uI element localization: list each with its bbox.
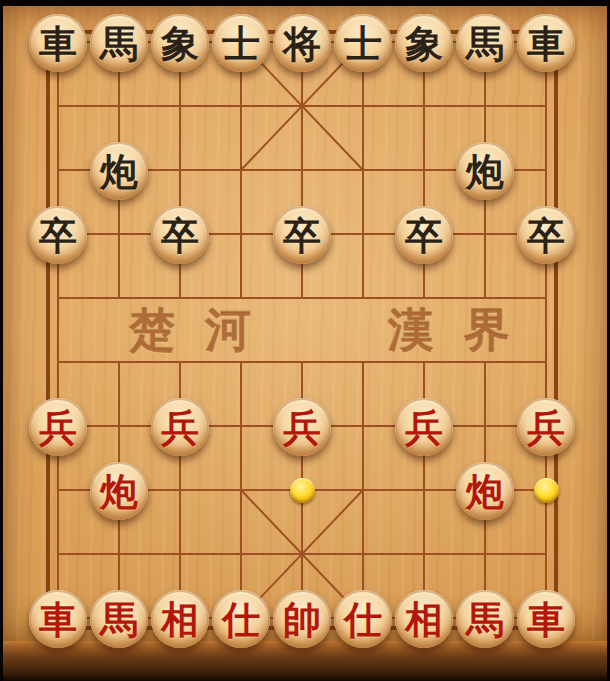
piece-red-elephant[interactable]: 相 [151, 590, 209, 648]
piece-black-elephant[interactable]: 象 [395, 14, 453, 72]
piece-black-general[interactable]: 将 [273, 14, 331, 72]
piece-red-soldier[interactable]: 兵 [395, 398, 453, 456]
move-hint-dot[interactable] [290, 478, 315, 503]
piece-glyph: 士 [344, 25, 382, 63]
piece-red-advisor[interactable]: 仕 [212, 590, 270, 648]
piece-glyph: 馬 [466, 25, 504, 63]
piece-glyph: 兵 [405, 409, 443, 447]
piece-glyph: 兵 [527, 409, 565, 447]
piece-black-soldier[interactable]: 卒 [273, 206, 331, 264]
piece-red-soldier[interactable]: 兵 [29, 398, 87, 456]
piece-black-horse[interactable]: 馬 [456, 14, 514, 72]
piece-glyph: 士 [222, 25, 260, 63]
move-hint-dot[interactable] [534, 478, 559, 503]
piece-red-soldier[interactable]: 兵 [151, 398, 209, 456]
piece-glyph: 象 [405, 25, 443, 63]
piece-glyph: 車 [39, 601, 77, 639]
piece-glyph: 将 [283, 25, 321, 63]
piece-red-elephant[interactable]: 相 [395, 590, 453, 648]
piece-black-soldier[interactable]: 卒 [29, 206, 87, 264]
piece-red-general[interactable]: 帥 [273, 590, 331, 648]
piece-glyph: 仕 [344, 601, 382, 639]
piece-red-chariot[interactable]: 車 [517, 590, 575, 648]
piece-glyph: 兵 [161, 409, 199, 447]
piece-glyph: 仕 [222, 601, 260, 639]
piece-black-horse[interactable]: 馬 [90, 14, 148, 72]
pieces-layer: 車馬象士将士象馬車炮炮卒卒卒卒卒兵兵兵兵兵炮炮車馬相仕帥仕相馬車 [0, 0, 610, 681]
piece-red-horse[interactable]: 馬 [90, 590, 148, 648]
piece-glyph: 卒 [283, 217, 321, 255]
piece-glyph: 兵 [39, 409, 77, 447]
piece-black-soldier[interactable]: 卒 [517, 206, 575, 264]
piece-glyph: 炮 [466, 153, 504, 191]
piece-black-advisor[interactable]: 士 [334, 14, 392, 72]
piece-glyph: 相 [161, 601, 199, 639]
piece-glyph: 炮 [100, 153, 138, 191]
piece-glyph: 炮 [100, 473, 138, 511]
piece-glyph: 卒 [39, 217, 77, 255]
piece-glyph: 象 [161, 25, 199, 63]
piece-glyph: 車 [527, 25, 565, 63]
piece-red-cannon[interactable]: 炮 [456, 462, 514, 520]
piece-black-chariot[interactable]: 車 [517, 14, 575, 72]
piece-glyph: 車 [527, 601, 565, 639]
xiangqi-app-window: 楚河 漢界 [0, 0, 610, 681]
piece-red-advisor[interactable]: 仕 [334, 590, 392, 648]
piece-glyph: 卒 [405, 217, 443, 255]
piece-red-chariot[interactable]: 車 [29, 590, 87, 648]
piece-red-horse[interactable]: 馬 [456, 590, 514, 648]
piece-black-soldier[interactable]: 卒 [151, 206, 209, 264]
piece-black-chariot[interactable]: 車 [29, 14, 87, 72]
piece-black-cannon[interactable]: 炮 [456, 142, 514, 200]
piece-glyph: 車 [39, 25, 77, 63]
piece-glyph: 帥 [283, 601, 321, 639]
piece-glyph: 馬 [100, 25, 138, 63]
piece-glyph: 兵 [283, 409, 321, 447]
piece-glyph: 卒 [161, 217, 199, 255]
piece-glyph: 炮 [466, 473, 504, 511]
piece-black-advisor[interactable]: 士 [212, 14, 270, 72]
piece-black-elephant[interactable]: 象 [151, 14, 209, 72]
piece-red-soldier[interactable]: 兵 [517, 398, 575, 456]
piece-glyph: 卒 [527, 217, 565, 255]
piece-glyph: 相 [405, 601, 443, 639]
piece-glyph: 馬 [466, 601, 504, 639]
piece-black-cannon[interactable]: 炮 [90, 142, 148, 200]
piece-red-soldier[interactable]: 兵 [273, 398, 331, 456]
piece-red-cannon[interactable]: 炮 [90, 462, 148, 520]
piece-glyph: 馬 [100, 601, 138, 639]
piece-black-soldier[interactable]: 卒 [395, 206, 453, 264]
